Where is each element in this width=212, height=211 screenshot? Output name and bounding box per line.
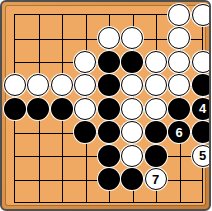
board-intersection bbox=[26, 3, 50, 27]
board-intersection: 7 bbox=[144, 167, 168, 191]
board-intersection bbox=[3, 50, 27, 74]
black-stone bbox=[4, 98, 26, 120]
black-stone bbox=[27, 98, 49, 120]
move-number-label: 4 bbox=[199, 102, 206, 115]
board-intersection bbox=[144, 50, 168, 74]
board-intersection bbox=[167, 73, 191, 97]
white-stone bbox=[168, 51, 190, 73]
board-intersection bbox=[26, 144, 50, 168]
board-intersection bbox=[97, 191, 121, 211]
board-intersection bbox=[3, 144, 27, 168]
board-intersection bbox=[3, 167, 27, 191]
black-stone bbox=[121, 51, 143, 73]
white-stone bbox=[192, 4, 212, 26]
black-stone bbox=[192, 121, 212, 143]
board-intersection bbox=[73, 144, 97, 168]
board-intersection bbox=[73, 191, 97, 211]
black-stone bbox=[98, 74, 120, 96]
black-stone bbox=[145, 121, 167, 143]
board-intersection bbox=[144, 73, 168, 97]
board-intersection bbox=[97, 167, 121, 191]
black-stone bbox=[121, 168, 143, 190]
black-stone bbox=[98, 121, 120, 143]
board-intersection bbox=[144, 26, 168, 50]
board-intersection bbox=[50, 167, 74, 191]
board-intersection bbox=[120, 97, 144, 121]
board-intersection bbox=[73, 97, 97, 121]
move-number-label: 6 bbox=[175, 126, 182, 139]
board-intersection bbox=[120, 167, 144, 191]
board-cells: 4657 bbox=[3, 3, 211, 211]
board-intersection bbox=[167, 50, 191, 74]
board-intersection bbox=[144, 191, 168, 211]
white-stone bbox=[168, 74, 190, 96]
board-intersection: 6 bbox=[167, 120, 191, 144]
board-intersection bbox=[3, 191, 27, 211]
board-intersection bbox=[144, 3, 168, 27]
white-stone bbox=[121, 145, 143, 167]
white-stone bbox=[51, 74, 73, 96]
white-stone: 7 bbox=[145, 168, 167, 190]
board-intersection bbox=[191, 3, 211, 27]
black-stone bbox=[98, 98, 120, 120]
board-intersection bbox=[50, 26, 74, 50]
board-intersection bbox=[120, 26, 144, 50]
board-intersection bbox=[191, 73, 211, 97]
white-stone bbox=[145, 74, 167, 96]
board-intersection bbox=[73, 167, 97, 191]
board-intersection bbox=[26, 50, 50, 74]
board-intersection bbox=[3, 73, 27, 97]
board-intersection bbox=[26, 191, 50, 211]
move-number-label: 5 bbox=[199, 149, 206, 162]
board-intersection bbox=[3, 97, 27, 121]
board-intersection bbox=[120, 120, 144, 144]
board-intersection bbox=[50, 97, 74, 121]
board-intersection bbox=[191, 191, 211, 211]
board-intersection bbox=[50, 50, 74, 74]
board-intersection bbox=[191, 167, 211, 191]
black-stone bbox=[168, 98, 190, 120]
board-intersection bbox=[144, 97, 168, 121]
board-intersection bbox=[50, 120, 74, 144]
white-stone bbox=[121, 98, 143, 120]
board-intersection bbox=[26, 26, 50, 50]
board-intersection bbox=[26, 97, 50, 121]
board-intersection bbox=[120, 191, 144, 211]
board-intersection bbox=[50, 73, 74, 97]
board-intersection bbox=[120, 50, 144, 74]
board-intersection bbox=[97, 50, 121, 74]
white-stone bbox=[4, 74, 26, 96]
board-intersection bbox=[73, 120, 97, 144]
board-intersection bbox=[167, 144, 191, 168]
board-intersection: 5 bbox=[191, 144, 211, 168]
board-intersection bbox=[97, 97, 121, 121]
black-stone bbox=[74, 121, 96, 143]
board-intersection bbox=[167, 3, 191, 27]
board-intersection: 4 bbox=[191, 97, 211, 121]
white-stone bbox=[121, 74, 143, 96]
board-intersection bbox=[167, 97, 191, 121]
board-intersection bbox=[26, 167, 50, 191]
board-intersection bbox=[191, 26, 211, 50]
board-intersection bbox=[167, 167, 191, 191]
board-intersection bbox=[50, 144, 74, 168]
white-stone bbox=[121, 27, 143, 49]
board-intersection bbox=[144, 144, 168, 168]
white-stone bbox=[145, 51, 167, 73]
board-intersection bbox=[144, 120, 168, 144]
board-intersection bbox=[120, 3, 144, 27]
board-intersection bbox=[97, 3, 121, 27]
board-intersection bbox=[73, 73, 97, 97]
black-stone bbox=[98, 168, 120, 190]
board-intersection bbox=[73, 26, 97, 50]
black-stone: 4 bbox=[192, 98, 212, 120]
white-stone bbox=[168, 27, 190, 49]
board-intersection bbox=[50, 191, 74, 211]
white-stone bbox=[121, 121, 143, 143]
black-stone bbox=[145, 145, 167, 167]
board-intersection bbox=[167, 26, 191, 50]
board-intersection bbox=[167, 191, 191, 211]
white-stone bbox=[145, 98, 167, 120]
black-stone: 6 bbox=[168, 121, 190, 143]
white-stone bbox=[98, 27, 120, 49]
white-stone bbox=[27, 74, 49, 96]
black-stone bbox=[98, 51, 120, 73]
board-intersection bbox=[73, 50, 97, 74]
board-intersection bbox=[26, 73, 50, 97]
board-intersection bbox=[97, 73, 121, 97]
board-intersection bbox=[26, 120, 50, 144]
board-intersection bbox=[3, 3, 27, 27]
move-number-label: 7 bbox=[152, 173, 159, 186]
black-stone bbox=[98, 145, 120, 167]
board-intersection bbox=[3, 120, 27, 144]
board-intersection bbox=[120, 73, 144, 97]
board-intersection bbox=[73, 3, 97, 27]
white-stone bbox=[168, 4, 190, 26]
white-stone bbox=[192, 51, 212, 73]
white-stone bbox=[74, 74, 96, 96]
board-intersection bbox=[3, 26, 27, 50]
board-intersection bbox=[191, 120, 211, 144]
board-intersection bbox=[120, 144, 144, 168]
white-stone bbox=[74, 51, 96, 73]
board-intersection bbox=[191, 50, 211, 74]
board-intersection bbox=[50, 3, 74, 27]
black-stone bbox=[192, 74, 212, 96]
board-intersection bbox=[97, 144, 121, 168]
white-stone: 5 bbox=[192, 145, 212, 167]
black-stone bbox=[51, 98, 73, 120]
go-board: 4657 bbox=[0, 0, 211, 211]
board-intersection bbox=[97, 26, 121, 50]
white-stone bbox=[74, 98, 96, 120]
board-intersection bbox=[97, 120, 121, 144]
